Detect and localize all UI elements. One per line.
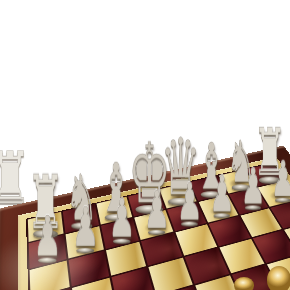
product-photo-scene: ♜ ♜♞♝♚♛♝♞♜♟♟♟♟♟♟♟♟ [0,0,290,290]
piece-white-pawn-d2[interactable]: ♟ [177,179,203,225]
square-e2[interactable]: ♟ [134,210,173,240]
brass-piece-top-glint [234,277,254,290]
piece-white-pawn-a2[interactable]: ♟ [270,158,290,201]
piece-white-pawn-g2[interactable]: ♟ [72,203,100,252]
piece-white-pawn-f2[interactable]: ♟ [108,195,135,243]
square-g2[interactable]: ♟ [65,226,103,258]
board-grid: ♜♞♝♚♛♝♞♜♟♟♟♟♟♟♟♟ [26,162,290,290]
brass-piece-top-glint [267,266,290,290]
board-gold-border: ♜♞♝♚♛♝♞♜♟♟♟♟♟♟♟♟ [18,157,290,290]
piece-white-pawn-e2[interactable]: ♟ [143,187,170,234]
piece-white-pawn-h2[interactable]: ♟ [34,212,62,262]
chess-board: ♜♞♝♚♛♝♞♜♟♟♟♟♟♟♟♟ [0,146,290,290]
piece-white-pawn-b2[interactable]: ♟ [240,165,265,209]
piece-white-pawn-c2[interactable]: ♟ [209,172,235,217]
square-f4[interactable] [111,268,155,290]
